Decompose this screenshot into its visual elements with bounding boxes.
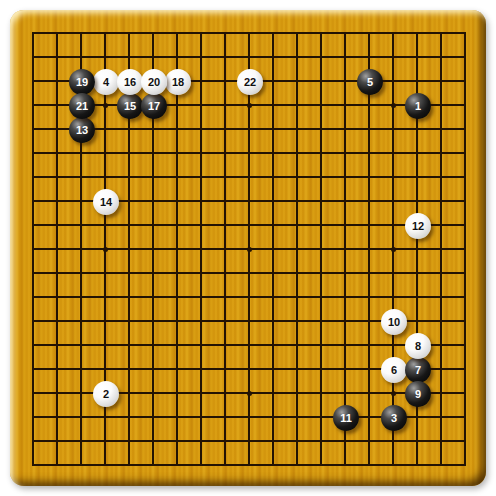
go-board-frame: 12345678910111213141516171819202122 (10, 10, 486, 486)
move-number: 4 (103, 77, 109, 88)
go-board[interactable]: 12345678910111213141516171819202122 (21, 21, 477, 477)
move-number: 7 (415, 365, 421, 376)
star-point (103, 103, 108, 108)
stone-black-f16: 17 (141, 93, 167, 119)
move-number: 17 (148, 101, 160, 112)
stone-white-r6: 8 (405, 333, 431, 359)
stone-white-d4: 2 (93, 381, 119, 407)
move-number: 15 (124, 101, 136, 112)
stone-white-q5: 6 (381, 357, 407, 383)
stone-white-d12: 14 (93, 189, 119, 215)
stone-black-p17: 5 (357, 69, 383, 95)
stone-white-q7: 10 (381, 309, 407, 335)
move-number: 18 (172, 77, 184, 88)
move-number: 21 (76, 101, 88, 112)
move-number: 8 (415, 341, 421, 352)
stone-black-c15: 13 (69, 117, 95, 143)
star-point (391, 103, 396, 108)
stone-black-r5: 7 (405, 357, 431, 383)
move-number: 9 (415, 389, 421, 400)
star-point (247, 103, 252, 108)
move-number: 1 (415, 101, 421, 112)
move-number: 3 (391, 413, 397, 424)
star-point (247, 391, 252, 396)
stone-black-r4: 9 (405, 381, 431, 407)
move-number: 11 (340, 413, 352, 424)
stone-black-q3: 3 (381, 405, 407, 431)
move-number: 20 (148, 77, 160, 88)
move-number: 10 (388, 317, 400, 328)
move-number: 2 (103, 389, 109, 400)
move-number: 12 (412, 221, 424, 232)
stone-white-f17: 20 (141, 69, 167, 95)
stone-black-e16: 15 (117, 93, 143, 119)
move-number: 13 (76, 125, 88, 136)
move-number: 16 (124, 77, 136, 88)
star-point (391, 391, 396, 396)
stone-white-g17: 18 (165, 69, 191, 95)
move-number: 5 (367, 77, 373, 88)
star-point (247, 247, 252, 252)
move-number: 22 (244, 77, 256, 88)
star-point (103, 247, 108, 252)
stone-white-d17: 4 (93, 69, 119, 95)
stone-black-c16: 21 (69, 93, 95, 119)
move-number: 14 (100, 197, 112, 208)
move-number: 6 (391, 365, 397, 376)
move-number: 19 (76, 77, 88, 88)
stone-black-o3: 11 (333, 405, 359, 431)
stone-white-e17: 16 (117, 69, 143, 95)
star-point (391, 247, 396, 252)
stone-black-r16: 1 (405, 93, 431, 119)
stone-white-k17: 22 (237, 69, 263, 95)
stone-black-c17: 19 (69, 69, 95, 95)
stone-white-r11: 12 (405, 213, 431, 239)
